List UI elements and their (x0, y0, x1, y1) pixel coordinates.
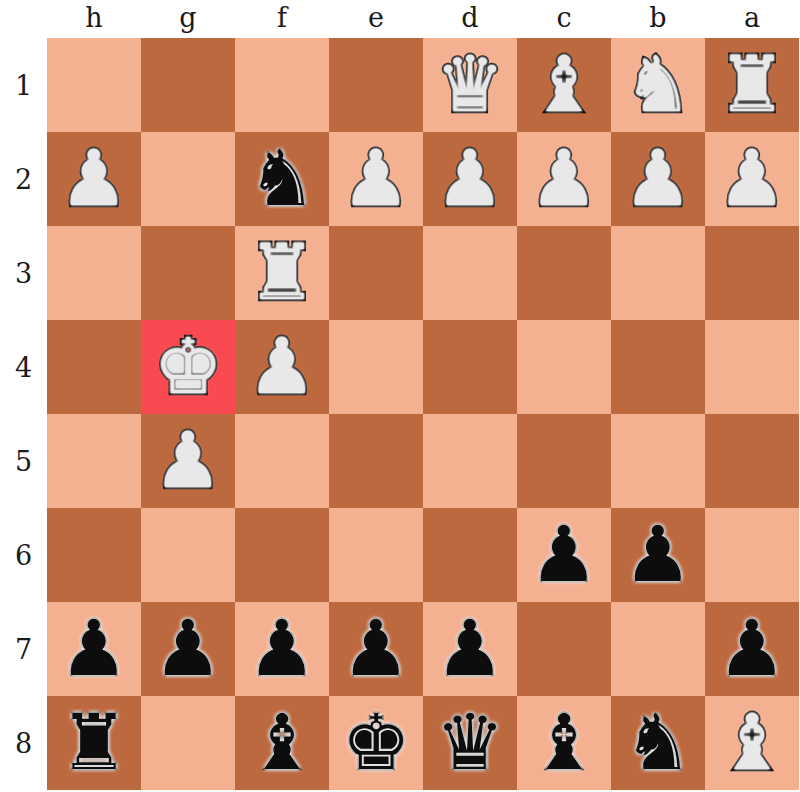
square-g4[interactable]: ♚ (141, 320, 235, 414)
square-d5[interactable] (423, 414, 517, 508)
black-bishop-f8[interactable]: ♝ (247, 696, 316, 790)
square-a3[interactable] (705, 226, 799, 320)
square-b6[interactable]: ♟ (611, 508, 705, 602)
file-label-a: a (705, 0, 799, 38)
white-pawn-c2[interactable]: ♟ (529, 132, 598, 226)
rank-label-5: 5 (0, 414, 47, 508)
black-bishop-c8[interactable]: ♝ (529, 696, 598, 790)
file-label-d: d (423, 0, 517, 38)
file-label-b: b (611, 0, 705, 38)
black-pawn-b6[interactable]: ♟ (623, 508, 692, 602)
square-d8[interactable]: ♛ (423, 696, 517, 790)
square-c5[interactable] (517, 414, 611, 508)
square-d1[interactable]: ♛ (423, 38, 517, 132)
square-b4[interactable] (611, 320, 705, 414)
rank-label-3: 3 (0, 226, 47, 320)
rank-label-8: 8 (0, 696, 47, 790)
black-pawn-f7[interactable]: ♟ (247, 602, 316, 696)
white-knight-b1[interactable]: ♞ (623, 38, 692, 132)
white-rook-f3[interactable]: ♜ (247, 226, 316, 320)
white-pawn-g5[interactable]: ♟ (153, 414, 222, 508)
square-a4[interactable] (705, 320, 799, 414)
square-c4[interactable] (517, 320, 611, 414)
square-h7[interactable]: ♟ (47, 602, 141, 696)
square-g2[interactable] (141, 132, 235, 226)
square-e1[interactable] (329, 38, 423, 132)
square-f8[interactable]: ♝ (235, 696, 329, 790)
black-queen-d8[interactable]: ♛ (435, 696, 504, 790)
board-grid: hgfedcba1♛♝♞♜2♟♞♟♟♟♟♟3♜4♚♟5♟6♟♟7♟♟♟♟♟♟8♜… (0, 0, 800, 792)
square-h1[interactable] (47, 38, 141, 132)
square-f1[interactable] (235, 38, 329, 132)
square-c7[interactable] (517, 602, 611, 696)
chess-board: hgfedcba1♛♝♞♜2♟♞♟♟♟♟♟3♜4♚♟5♟6♟♟7♟♟♟♟♟♟8♜… (0, 0, 800, 792)
white-rook-a1[interactable]: ♜ (717, 38, 786, 132)
file-label-g: g (141, 0, 235, 38)
square-b8[interactable]: ♞ (611, 696, 705, 790)
file-label-h: h (47, 0, 141, 38)
square-e3[interactable] (329, 226, 423, 320)
black-knight-f2[interactable]: ♞ (247, 132, 316, 226)
square-a2[interactable]: ♟ (705, 132, 799, 226)
black-pawn-g7[interactable]: ♟ (153, 602, 222, 696)
black-pawn-d7[interactable]: ♟ (435, 602, 504, 696)
rank-label-4: 4 (0, 320, 47, 414)
square-e8[interactable]: ♚ (329, 696, 423, 790)
black-knight-b8[interactable]: ♞ (623, 696, 692, 790)
black-pawn-h7[interactable]: ♟ (59, 602, 128, 696)
square-h8[interactable]: ♜ (47, 696, 141, 790)
white-pawn-d2[interactable]: ♟ (435, 132, 504, 226)
black-king-e8[interactable]: ♚ (341, 696, 410, 790)
rank-label-1: 1 (0, 38, 47, 132)
square-f4[interactable]: ♟ (235, 320, 329, 414)
square-a1[interactable]: ♜ (705, 38, 799, 132)
square-e7[interactable]: ♟ (329, 602, 423, 696)
square-e2[interactable]: ♟ (329, 132, 423, 226)
white-pawn-f4[interactable]: ♟ (247, 320, 316, 414)
square-d4[interactable] (423, 320, 517, 414)
black-pawn-a7[interactable]: ♟ (717, 602, 786, 696)
white-king-g4[interactable]: ♚ (153, 320, 222, 414)
square-d7[interactable]: ♟ (423, 602, 517, 696)
square-a5[interactable] (705, 414, 799, 508)
white-pawn-b2[interactable]: ♟ (623, 132, 692, 226)
square-g8[interactable] (141, 696, 235, 790)
square-b1[interactable]: ♞ (611, 38, 705, 132)
square-g5[interactable]: ♟ (141, 414, 235, 508)
square-b3[interactable] (611, 226, 705, 320)
square-f2[interactable]: ♞ (235, 132, 329, 226)
square-d6[interactable] (423, 508, 517, 602)
square-c2[interactable]: ♟ (517, 132, 611, 226)
square-a6[interactable] (705, 508, 799, 602)
square-c6[interactable]: ♟ (517, 508, 611, 602)
square-b5[interactable] (611, 414, 705, 508)
square-e4[interactable] (329, 320, 423, 414)
square-g1[interactable] (141, 38, 235, 132)
square-f6[interactable] (235, 508, 329, 602)
board-corner (0, 0, 47, 38)
square-a7[interactable]: ♟ (705, 602, 799, 696)
file-label-f: f (235, 0, 329, 38)
square-c8[interactable]: ♝ (517, 696, 611, 790)
square-h2[interactable]: ♟ (47, 132, 141, 226)
square-d3[interactable] (423, 226, 517, 320)
square-a8[interactable]: ♝ (705, 696, 799, 790)
rank-label-6: 6 (0, 508, 47, 602)
rank-label-7: 7 (0, 602, 47, 696)
square-g7[interactable]: ♟ (141, 602, 235, 696)
black-pawn-e7[interactable]: ♟ (341, 602, 410, 696)
square-e6[interactable] (329, 508, 423, 602)
square-h4[interactable] (47, 320, 141, 414)
white-pawn-e2[interactable]: ♟ (341, 132, 410, 226)
square-h3[interactable] (47, 226, 141, 320)
rank-label-2: 2 (0, 132, 47, 226)
file-label-c: c (517, 0, 611, 38)
square-e5[interactable] (329, 414, 423, 508)
square-g6[interactable] (141, 508, 235, 602)
square-b7[interactable] (611, 602, 705, 696)
white-queen-d1[interactable]: ♛ (435, 38, 504, 132)
square-g3[interactable] (141, 226, 235, 320)
black-rook-h8[interactable]: ♜ (59, 696, 128, 790)
square-h5[interactable] (47, 414, 141, 508)
white-bishop-c1[interactable]: ♝ (529, 38, 598, 132)
square-c1[interactable]: ♝ (517, 38, 611, 132)
square-f3[interactable]: ♜ (235, 226, 329, 320)
square-h6[interactable] (47, 508, 141, 602)
square-f5[interactable] (235, 414, 329, 508)
white-pawn-a2[interactable]: ♟ (717, 132, 786, 226)
square-c3[interactable] (517, 226, 611, 320)
black-pawn-c6[interactable]: ♟ (529, 508, 598, 602)
file-label-e: e (329, 0, 423, 38)
square-d2[interactable]: ♟ (423, 132, 517, 226)
square-b2[interactable]: ♟ (611, 132, 705, 226)
white-bishop-a8[interactable]: ♝ (717, 696, 786, 790)
white-pawn-h2[interactable]: ♟ (59, 132, 128, 226)
square-f7[interactable]: ♟ (235, 602, 329, 696)
